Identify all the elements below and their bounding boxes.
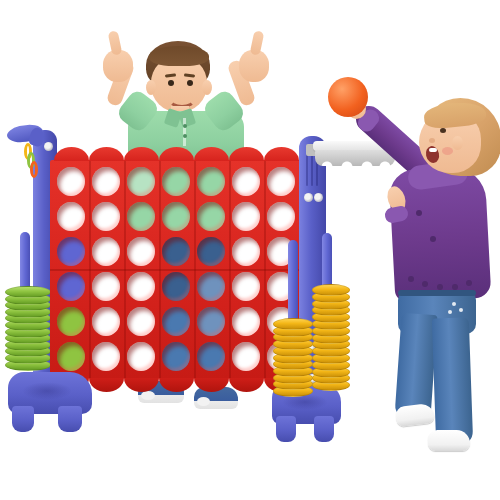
boy-ear [146, 80, 156, 95]
yellow-ring [273, 318, 313, 330]
basketball-hoop-tray [315, 150, 395, 166]
product-photo-scene [0, 0, 500, 500]
screw [314, 193, 323, 202]
board-hole-r6c2 [92, 342, 120, 371]
board-hole-r6c5 [197, 342, 225, 371]
board-hole-r4c1 [57, 272, 85, 301]
board-hole-r4c3 [127, 272, 155, 301]
boy-placket [183, 118, 186, 146]
sweater-bobble [416, 210, 422, 216]
connect-four-board [50, 147, 302, 392]
boy-hair-fringe [149, 46, 209, 66]
board-hole-r5c6 [232, 307, 260, 336]
board-hole-r3c5 [197, 237, 225, 266]
board-hole-r1c2 [92, 167, 120, 196]
board-hole-r1c4 [162, 167, 190, 196]
board-hole-r1c7 [267, 167, 295, 196]
jeans-embroidery [452, 302, 456, 306]
mini-ring [30, 161, 38, 178]
sweater-bobble [430, 236, 436, 242]
board-bottom-scallop [229, 378, 264, 392]
board-hole-r4c5 [197, 272, 225, 301]
board-hole-r2c3 [127, 202, 155, 231]
board-hole-r4c4 [162, 272, 190, 301]
sweater-bobble [466, 280, 472, 286]
board-hole-r3c1 [57, 237, 85, 266]
panel-mid-seam [50, 269, 302, 271]
boy-fist [103, 50, 133, 82]
board-hole-r2c4 [162, 202, 190, 231]
toddler-jeans-waistband [398, 290, 476, 296]
post-groove [311, 152, 313, 186]
board-hole-r5c4 [162, 307, 190, 336]
board-top-scallop [124, 147, 159, 161]
toddler-teeth [429, 148, 437, 152]
right-ring-peg-front [288, 240, 298, 324]
board-hole-r1c1 [57, 167, 85, 196]
board-bottom-scallop [124, 378, 159, 392]
left-ring-peg [20, 232, 30, 292]
jeans-embroidery [448, 310, 452, 314]
board-top-scallop [194, 147, 229, 161]
sweater-bobble [422, 281, 428, 287]
boy-ear [202, 80, 212, 95]
board-hole-r6c4 [162, 342, 190, 371]
board-bottom-scallop [159, 378, 194, 392]
board-panel [50, 160, 302, 378]
boy-eye [187, 80, 193, 86]
board-hole-r1c5 [197, 167, 225, 196]
sweater-bobble [408, 276, 414, 282]
board-hole-r5c2 [92, 307, 120, 336]
sweater-bobble [437, 284, 443, 290]
screw [44, 142, 53, 151]
yellow-ring [312, 284, 350, 296]
left-foot-leg [12, 406, 34, 432]
left-foot-leg [58, 406, 82, 432]
board-hole-r3c3 [127, 237, 155, 266]
board-hole-r3c4 [162, 237, 190, 266]
board-top-scallop [159, 147, 194, 161]
board-top-scallop [54, 147, 89, 161]
board-top-scallop [89, 147, 124, 161]
boy-eye [168, 80, 174, 86]
board-hole-r4c6 [232, 272, 260, 301]
board-hole-r3c2 [92, 237, 120, 266]
board-bottom-scallop [194, 378, 229, 392]
board-bottom-scallop [89, 378, 124, 392]
jeans-embroidery [459, 308, 463, 312]
board-hole-r2c2 [92, 202, 120, 231]
board-hole-r1c6 [232, 167, 260, 196]
boy-sneaker-toe [141, 391, 155, 400]
board-hole-r6c3 [127, 342, 155, 371]
toddler-jeans-leg [432, 317, 473, 446]
board-hole-r2c7 [267, 202, 295, 231]
board-hole-r2c5 [197, 202, 225, 231]
board-hole-r2c6 [232, 202, 260, 231]
boy-shirt-button [183, 134, 187, 138]
board-top-scallop [264, 147, 299, 161]
toddler-shoe [428, 430, 470, 451]
toddler-shoe [395, 403, 435, 427]
foot-molding [22, 382, 72, 400]
board-hole-r6c1 [57, 342, 85, 371]
toddler-nose [429, 138, 435, 143]
board-hole-r5c3 [127, 307, 155, 336]
right-foot-leg [276, 416, 296, 442]
board-hole-r5c5 [197, 307, 225, 336]
board-hole-r3c6 [232, 237, 260, 266]
screw [304, 193, 313, 202]
boy-sneaker-toe [197, 397, 210, 406]
toddler-ear [452, 136, 463, 150]
board-hole-r2c1 [57, 202, 85, 231]
right-ring-peg-back [322, 233, 332, 291]
boy-shirt-button [183, 124, 187, 128]
toddler-eye [440, 128, 446, 133]
toddler-cheek [442, 147, 453, 155]
orange-ball [328, 77, 368, 117]
board-hole-r1c3 [127, 167, 155, 196]
board-hole-r5c1 [57, 307, 85, 336]
board-hole-r6c6 [232, 342, 260, 371]
green-ring [5, 286, 51, 298]
board-top-scallop [229, 147, 264, 161]
post-groove [306, 152, 308, 186]
right-foot-leg [314, 416, 334, 442]
sweater-bobble [452, 284, 458, 290]
board-hole-r4c2 [92, 272, 120, 301]
